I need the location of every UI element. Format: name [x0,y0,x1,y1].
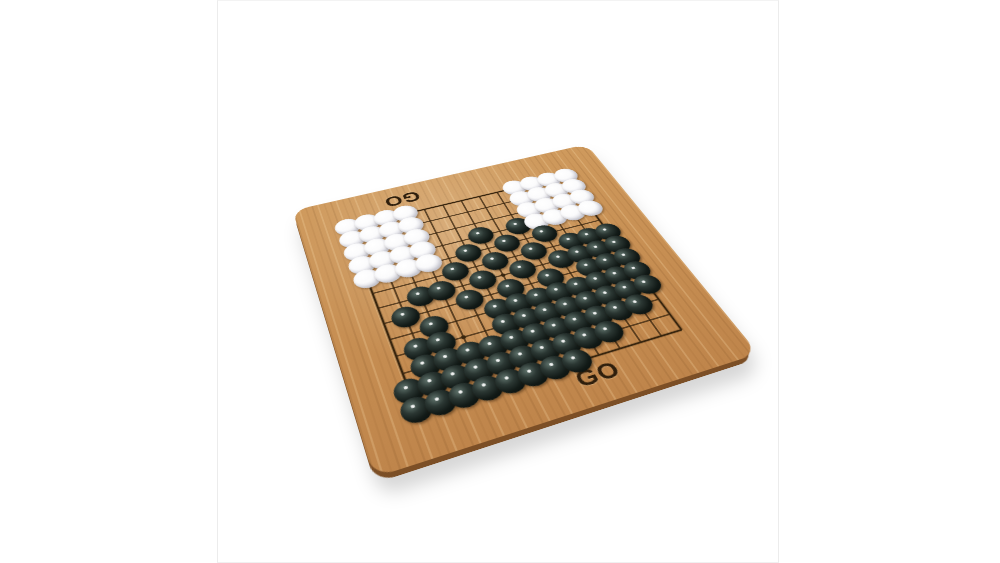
go-board: GO GO [293,144,759,477]
intersection [456,244,482,262]
intersection [482,252,509,270]
intersection [497,279,525,299]
board-tilt-wrapper: GO GO [293,144,759,477]
page-background: GO GO [0,0,1000,563]
product-photo-card: GO GO [217,0,779,563]
go-board-scene: GO GO [218,1,778,562]
